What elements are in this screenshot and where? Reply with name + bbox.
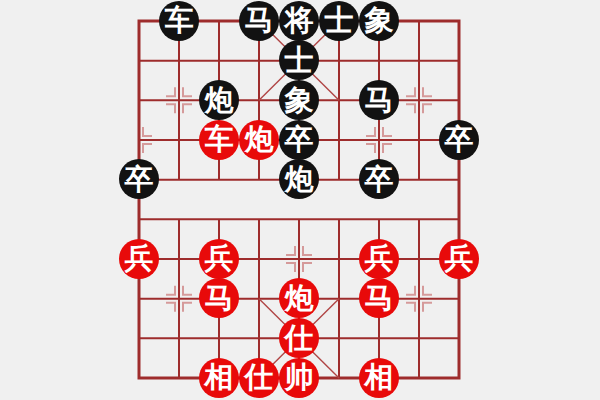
piece-black-advisor[interactable]: 士 [279,40,319,80]
piece-red-advisor[interactable]: 仕 [279,318,319,358]
board-point[interactable] [159,239,199,279]
board-point[interactable] [119,358,159,398]
piece-black-cannon[interactable]: 炮 [199,80,239,120]
board-point[interactable] [359,41,399,81]
board-point[interactable] [319,80,359,120]
board-point[interactable] [119,318,159,358]
board-point[interactable] [319,358,359,398]
piece-black-elephant[interactable]: 象 [359,1,399,41]
piece-red-cannon[interactable]: 炮 [239,120,279,160]
piece-red-general[interactable]: 帅 [279,358,319,398]
piece-red-chariot[interactable]: 车 [199,120,239,160]
board-point[interactable] [199,160,239,200]
board-point[interactable] [399,160,439,200]
board-point[interactable] [439,160,479,200]
board-point[interactable] [159,160,199,200]
board-point[interactable] [119,279,159,319]
board-point[interactable] [319,41,359,81]
board-point[interactable] [159,199,199,239]
board-point[interactable] [399,318,439,358]
board-point[interactable] [159,80,199,120]
board-point[interactable] [199,199,239,239]
piece-black-pawn[interactable]: 卒 [279,120,319,160]
board-point[interactable] [199,1,239,41]
board-point[interactable] [119,80,159,120]
board-grid: 车马将士象士炮象马车炮卒卒卒炮卒兵兵兵兵马炮马仕相仕帅相 [119,1,479,398]
board-point[interactable] [319,120,359,160]
board-point[interactable] [319,279,359,319]
piece-red-pawn[interactable]: 兵 [439,239,479,279]
board-point[interactable] [399,41,439,81]
board-point[interactable] [239,41,279,81]
board-point[interactable] [319,239,359,279]
piece-black-horse[interactable]: 马 [359,80,399,120]
board-point[interactable] [159,318,199,358]
board-point[interactable] [159,279,199,319]
board-point[interactable] [439,199,479,239]
piece-black-horse[interactable]: 马 [239,1,279,41]
board-point[interactable] [319,160,359,200]
board-point[interactable] [279,199,319,239]
piece-black-pawn[interactable]: 卒 [439,120,479,160]
board-point[interactable] [439,358,479,398]
piece-black-cannon[interactable]: 炮 [279,159,319,199]
piece-black-pawn[interactable]: 卒 [119,159,159,199]
board-point[interactable] [119,120,159,160]
piece-red-horse[interactable]: 马 [359,278,399,318]
board-point[interactable] [239,199,279,239]
piece-black-general[interactable]: 将 [279,1,319,41]
board-point[interactable] [159,41,199,81]
board-point[interactable] [119,199,159,239]
board-point[interactable] [399,279,439,319]
board-point[interactable] [119,41,159,81]
board-point[interactable] [159,358,199,398]
piece-red-cannon[interactable]: 炮 [279,278,319,318]
board-point[interactable] [439,80,479,120]
board-point[interactable] [199,318,239,358]
piece-red-advisor[interactable]: 仕 [239,358,279,398]
board-point[interactable] [439,41,479,81]
board-point[interactable] [439,318,479,358]
piece-red-pawn[interactable]: 兵 [199,239,239,279]
piece-red-elephant[interactable]: 相 [199,358,239,398]
piece-black-elephant[interactable]: 象 [279,80,319,120]
piece-red-elephant[interactable]: 相 [359,358,399,398]
piece-black-advisor[interactable]: 士 [319,1,359,41]
board-point[interactable] [399,199,439,239]
board-point[interactable] [319,199,359,239]
piece-red-pawn[interactable]: 兵 [119,239,159,279]
board-point[interactable] [279,239,319,279]
board-point[interactable] [399,1,439,41]
board-point[interactable] [239,318,279,358]
piece-red-horse[interactable]: 马 [199,278,239,318]
board-point[interactable] [359,120,399,160]
board-point[interactable] [399,239,439,279]
board-point[interactable] [239,80,279,120]
piece-black-pawn[interactable]: 卒 [359,159,399,199]
board-point[interactable] [399,80,439,120]
board-point[interactable] [359,318,399,358]
board-point[interactable] [399,120,439,160]
board-point[interactable] [119,1,159,41]
piece-red-pawn[interactable]: 兵 [359,239,399,279]
board-point[interactable] [239,160,279,200]
board-point[interactable] [199,41,239,81]
piece-black-chariot[interactable]: 车 [159,1,199,41]
board-point[interactable] [439,279,479,319]
board-point[interactable] [159,120,199,160]
board-point[interactable] [319,318,359,358]
board-point[interactable] [439,1,479,41]
board-point[interactable] [359,199,399,239]
board-point[interactable] [239,239,279,279]
board-point[interactable] [399,358,439,398]
xiangqi-board: 车马将士象士炮象马车炮卒卒卒炮卒兵兵兵兵马炮马仕相仕帅相 [0,0,600,400]
board-point[interactable] [239,279,279,319]
